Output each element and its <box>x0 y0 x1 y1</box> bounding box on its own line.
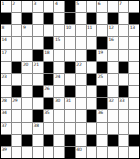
grid-cell[interactable]: 13 <box>129 25 139 36</box>
grid-cell[interactable] <box>54 25 64 36</box>
block-cell <box>22 13 32 24</box>
grid-cell[interactable]: 4 <box>54 1 64 12</box>
grid-cell[interactable] <box>87 37 97 48</box>
grid-cell[interactable] <box>108 74 118 85</box>
grid-cell[interactable] <box>119 74 129 85</box>
block-cell <box>33 86 43 97</box>
grid-cell[interactable] <box>97 13 107 24</box>
grid-cell[interactable] <box>119 37 129 48</box>
block-cell <box>22 135 32 146</box>
grid-cell[interactable]: 1 <box>1 1 11 12</box>
block-cell <box>44 13 54 24</box>
block-cell <box>65 86 75 97</box>
clue-number: 23 <box>2 74 7 79</box>
clue-number: 36 <box>98 110 103 115</box>
clue-number: 15 <box>55 37 60 42</box>
grid-cell[interactable] <box>12 37 22 48</box>
block-cell <box>33 110 43 121</box>
block-cell <box>108 135 118 146</box>
grid-cell[interactable]: 8 <box>1 25 11 36</box>
grid-cell[interactable] <box>129 86 139 97</box>
grid-cell[interactable] <box>129 62 139 73</box>
grid-cell[interactable]: 16 <box>108 37 118 48</box>
grid-cell[interactable] <box>108 1 118 12</box>
grid-cell[interactable] <box>65 37 75 48</box>
clue-number: 9 <box>23 25 26 30</box>
block-cell <box>44 98 54 109</box>
grid-cell[interactable] <box>97 25 107 36</box>
grid-cell[interactable]: 15 <box>54 37 64 48</box>
block-cell <box>97 98 107 109</box>
grid-cell[interactable] <box>119 123 129 134</box>
grid-cell[interactable] <box>22 86 32 97</box>
grid-cell[interactable] <box>22 123 32 134</box>
grid-cell[interactable] <box>54 50 64 61</box>
grid-cell[interactable] <box>119 110 129 121</box>
grid-cell[interactable] <box>76 86 86 97</box>
grid-cell[interactable] <box>12 13 22 24</box>
clue-number: 31 <box>66 98 71 103</box>
grid-cell[interactable] <box>129 50 139 61</box>
clue-number: 12 <box>108 25 113 30</box>
clue-number: 3 <box>34 1 37 6</box>
block-cell <box>97 86 107 97</box>
grid-cell[interactable] <box>129 123 139 134</box>
grid-cell[interactable] <box>12 110 22 121</box>
grid-cell[interactable] <box>119 25 129 36</box>
grid-cell[interactable] <box>129 37 139 48</box>
block-cell <box>1 135 11 146</box>
grid-cell[interactable]: 25 <box>97 74 107 85</box>
grid-cell[interactable] <box>22 37 32 48</box>
grid-cell[interactable]: 30 <box>54 98 64 109</box>
clue-number: 18 <box>44 50 49 55</box>
clue-number: 32 <box>108 98 113 103</box>
grid-cell[interactable] <box>76 13 86 24</box>
grid-cell[interactable] <box>12 25 22 36</box>
grid-cell[interactable] <box>33 74 43 85</box>
grid-cell[interactable] <box>12 147 22 158</box>
grid-cell[interactable] <box>97 135 107 146</box>
clue-number: 24 <box>55 74 60 79</box>
grid-cell[interactable]: 22 <box>76 62 86 73</box>
clue-number: 39 <box>2 147 7 152</box>
grid-cell[interactable]: 40 <box>76 147 86 158</box>
block-cell <box>87 50 97 61</box>
grid-cell[interactable] <box>97 147 107 158</box>
clue-number: 11 <box>87 25 92 30</box>
grid-cell[interactable]: 5 <box>76 1 86 12</box>
grid-cell[interactable]: 31 <box>65 98 75 109</box>
grid-cell[interactable] <box>119 13 129 24</box>
grid-cell[interactable] <box>87 147 97 158</box>
grid-cell[interactable] <box>65 123 75 134</box>
clue-number: 30 <box>55 98 60 103</box>
clue-number: 13 <box>130 25 135 30</box>
grid-cell[interactable] <box>76 110 86 121</box>
grid-cell[interactable]: 33 <box>119 98 129 109</box>
clue-number: 6 <box>98 1 101 6</box>
clue-number: 21 <box>34 62 39 67</box>
grid-cell[interactable] <box>87 62 97 73</box>
grid-cell[interactable]: 7 <box>119 1 129 12</box>
grid-cell[interactable] <box>44 147 54 158</box>
block-cell <box>65 62 75 73</box>
clue-number: 16 <box>108 37 113 42</box>
block-cell <box>87 110 97 121</box>
grid-cell[interactable]: 34 <box>1 110 11 121</box>
block-cell <box>65 13 75 24</box>
block-cell <box>44 37 54 48</box>
grid-cell[interactable]: 11 <box>87 25 97 36</box>
grid-cell[interactable] <box>129 147 139 158</box>
grid-cell[interactable] <box>108 147 118 158</box>
grid-cell[interactable] <box>108 86 118 97</box>
grid-cell[interactable] <box>54 110 64 121</box>
grid-cell[interactable] <box>54 135 64 146</box>
block-cell <box>87 135 97 146</box>
grid-cell[interactable] <box>44 1 54 12</box>
grid-cell[interactable] <box>129 1 139 12</box>
grid-cell[interactable]: 37 <box>1 123 11 134</box>
grid-cell[interactable]: 3 <box>33 1 43 12</box>
block-cell <box>87 74 97 85</box>
grid-cell[interactable]: 36 <box>97 110 107 121</box>
grid-cell[interactable]: 2 <box>12 1 22 12</box>
clue-number: 35 <box>44 110 49 115</box>
grid-cell[interactable] <box>54 86 64 97</box>
grid-cell[interactable] <box>119 50 129 61</box>
grid-cell[interactable] <box>54 13 64 24</box>
grid-cell[interactable] <box>22 50 32 61</box>
block-cell <box>44 135 54 146</box>
grid-cell[interactable]: 32 <box>108 98 118 109</box>
grid-cell[interactable] <box>87 86 97 97</box>
block-cell <box>65 1 75 12</box>
grid-cell[interactable] <box>12 74 22 85</box>
clue-number: 34 <box>2 110 7 115</box>
block-cell <box>65 135 75 146</box>
grid-cell[interactable] <box>22 110 32 121</box>
grid-cell[interactable] <box>87 123 97 134</box>
grid-cell[interactable] <box>76 25 86 36</box>
grid-cell[interactable] <box>33 98 43 109</box>
clue-number: 19 <box>98 50 103 55</box>
clue-number: 25 <box>98 74 103 79</box>
grid-cell[interactable]: 17 <box>1 50 11 61</box>
clue-number: 33 <box>119 98 124 103</box>
grid-cell[interactable] <box>12 123 22 134</box>
grid-cell[interactable] <box>22 74 32 85</box>
grid-cell[interactable] <box>76 135 86 146</box>
crossword-grid: 1234567891011121314151617181920212223242… <box>0 0 140 159</box>
grid-cell[interactable]: 28 <box>1 98 11 109</box>
grid-cell[interactable]: 19 <box>97 50 107 61</box>
grid-cell[interactable] <box>33 13 43 24</box>
block-cell <box>129 13 139 24</box>
grid-cell[interactable] <box>65 74 75 85</box>
clue-number: 40 <box>76 147 81 152</box>
block-cell <box>33 50 43 61</box>
block-cell <box>12 86 22 97</box>
grid-cell[interactable] <box>65 110 75 121</box>
grid-cell[interactable] <box>33 37 43 48</box>
grid-cell[interactable]: 23 <box>1 74 11 85</box>
clue-number: 29 <box>12 98 17 103</box>
grid-cell[interactable] <box>76 74 86 85</box>
grid-cell[interactable] <box>44 25 54 36</box>
block-cell <box>97 62 107 73</box>
grid-cell[interactable] <box>76 123 86 134</box>
grid-cell[interactable] <box>108 123 118 134</box>
grid-cell[interactable]: 24 <box>54 74 64 85</box>
grid-cell[interactable] <box>76 50 86 61</box>
grid-cell[interactable] <box>129 110 139 121</box>
block-cell <box>108 13 118 24</box>
grid-cell[interactable] <box>76 37 86 48</box>
grid-cell[interactable] <box>33 25 43 36</box>
block-cell <box>119 62 129 73</box>
grid-cell[interactable]: 20 <box>22 62 32 73</box>
grid-cell[interactable]: 35 <box>44 110 54 121</box>
block-cell <box>44 74 54 85</box>
grid-cell[interactable] <box>87 98 97 109</box>
clue-number: 14 <box>2 37 7 42</box>
crossword-board: 1234567891011121314151617181920212223242… <box>0 0 140 159</box>
grid-cell[interactable]: 26 <box>44 86 54 97</box>
grid-cell[interactable] <box>33 135 43 146</box>
grid-cell[interactable] <box>54 147 64 158</box>
grid-cell[interactable] <box>129 98 139 109</box>
clue-number: 8 <box>2 25 5 30</box>
grid-cell[interactable] <box>97 123 107 134</box>
grid-cell[interactable]: 38 <box>33 123 43 134</box>
clue-number: 38 <box>34 123 39 128</box>
grid-cell[interactable] <box>108 50 118 61</box>
clue-number: 1 <box>2 1 5 6</box>
grid-cell[interactable] <box>22 147 32 158</box>
grid-cell[interactable] <box>12 135 22 146</box>
grid-cell[interactable] <box>87 1 97 12</box>
block-cell <box>97 37 107 48</box>
grid-cell[interactable] <box>54 62 64 73</box>
grid-cell[interactable]: 10 <box>65 25 75 36</box>
grid-cell[interactable]: 29 <box>12 98 22 109</box>
grid-cell[interactable] <box>12 50 22 61</box>
grid-cell[interactable] <box>65 50 75 61</box>
clue-number: 22 <box>76 62 81 67</box>
clue-number: 28 <box>2 98 7 103</box>
grid-cell[interactable] <box>119 147 129 158</box>
block-cell <box>1 13 11 24</box>
grid-cell[interactable]: 21 <box>33 62 43 73</box>
grid-cell[interactable] <box>108 110 118 121</box>
block-cell <box>65 147 75 158</box>
grid-cell[interactable] <box>22 98 32 109</box>
grid-cell[interactable]: 9 <box>22 25 32 36</box>
clue-number: 20 <box>23 62 28 67</box>
clue-number: 7 <box>119 1 122 6</box>
grid-cell[interactable]: 18 <box>44 50 54 61</box>
clue-number: 5 <box>76 1 79 6</box>
clue-number: 26 <box>44 86 49 91</box>
block-cell <box>12 62 22 73</box>
clue-number: 2 <box>12 1 15 6</box>
block-cell <box>87 13 97 24</box>
clue-number: 10 <box>66 25 71 30</box>
grid-cell[interactable] <box>108 62 118 73</box>
clue-number: 37 <box>2 123 7 128</box>
grid-cell[interactable] <box>1 86 11 97</box>
block-cell <box>44 62 54 73</box>
grid-cell[interactable]: 14 <box>1 37 11 48</box>
grid-cell[interactable] <box>44 123 54 134</box>
grid-cell[interactable]: 12 <box>108 25 118 36</box>
clue-number: 4 <box>55 1 58 6</box>
grid-cell[interactable]: 39 <box>1 147 11 158</box>
grid-cell[interactable] <box>22 1 32 12</box>
grid-cell[interactable] <box>54 123 64 134</box>
block-cell <box>119 86 129 97</box>
clue-number: 17 <box>2 50 7 55</box>
grid-cell[interactable] <box>119 135 129 146</box>
grid-cell[interactable] <box>1 62 11 73</box>
grid-cell[interactable] <box>33 147 43 158</box>
grid-cell[interactable] <box>129 74 139 85</box>
grid-cell[interactable]: 6 <box>97 1 107 12</box>
grid-cell[interactable] <box>76 98 86 109</box>
block-cell <box>129 135 139 146</box>
